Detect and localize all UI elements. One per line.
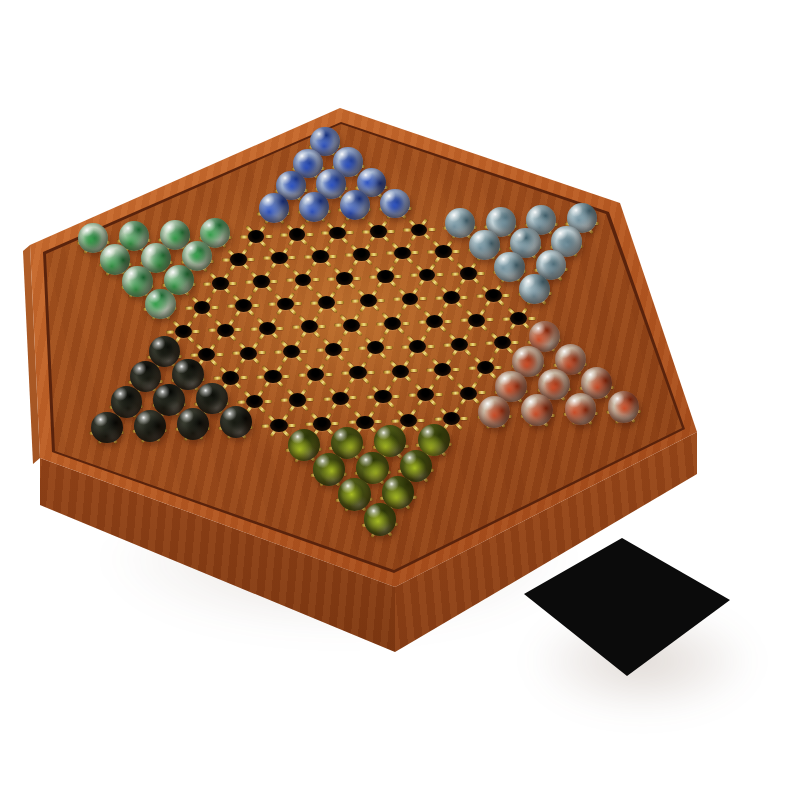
marble-silver-gray[interactable] — [445, 208, 475, 238]
brass-inlay-dash — [252, 304, 260, 307]
brass-inlay-dash — [435, 393, 443, 396]
brass-inlay-dash — [211, 305, 219, 308]
marble-green[interactable] — [145, 289, 176, 320]
brass-inlay-dash — [460, 417, 468, 420]
marble-black[interactable] — [149, 336, 180, 367]
brass-inlay-dash — [166, 331, 174, 334]
board-hole[interactable] — [332, 392, 349, 405]
brass-inlay-dash — [239, 376, 247, 379]
marble-blue[interactable] — [380, 189, 410, 219]
brass-inlay-dash — [349, 396, 357, 399]
brass-inlay-dash — [292, 326, 300, 329]
brass-inlay-dash — [312, 278, 320, 281]
brass-inlay-dash — [367, 371, 375, 374]
board-hole[interactable] — [343, 319, 360, 332]
board-hole[interactable] — [353, 248, 370, 261]
brass-inlay-dash — [247, 258, 255, 261]
brass-inlay-dash — [250, 327, 258, 330]
brass-inlay-dash — [511, 341, 519, 344]
brass-inlay-dash — [417, 418, 425, 421]
brass-inlay-dash — [402, 321, 410, 324]
board-hole[interactable] — [356, 416, 374, 429]
brass-inlay-dash — [306, 398, 314, 401]
board-hole[interactable] — [435, 245, 452, 258]
brass-inlay-dash — [274, 350, 282, 353]
marble-blue[interactable] — [340, 190, 370, 220]
brass-inlay-dash — [353, 276, 361, 279]
brass-inlay-dash — [410, 274, 418, 277]
brass-inlay-dash — [305, 233, 313, 236]
brass-inlay-dash — [377, 299, 385, 302]
brass-inlay-dash — [419, 297, 427, 300]
brass-inlay-dash — [282, 374, 290, 377]
brass-inlay-dash — [304, 423, 312, 426]
marble-blue[interactable] — [259, 193, 289, 223]
brass-inlay-dash — [222, 259, 230, 262]
brass-inlay-dash — [444, 320, 452, 323]
brass-inlay-dash — [341, 372, 349, 375]
brass-inlay-dash — [345, 254, 353, 257]
brass-inlay-dash — [469, 343, 477, 346]
brass-inlay-dash — [485, 342, 493, 345]
marble-orange-red[interactable] — [521, 394, 553, 426]
board-hole[interactable] — [271, 252, 288, 265]
board-hole[interactable] — [217, 324, 234, 337]
brass-inlay-dash — [460, 295, 468, 298]
brass-inlay-dash — [393, 298, 401, 301]
marble-silver-gray[interactable] — [494, 252, 525, 283]
brass-inlay-dash — [362, 231, 370, 234]
brass-inlay-dash — [392, 395, 400, 398]
brass-inlay-dash — [318, 325, 326, 328]
brass-inlay-dash — [280, 399, 288, 402]
brass-inlay-dash — [387, 230, 395, 233]
brass-inlay-dash — [452, 368, 460, 371]
marble-olive-green[interactable] — [313, 453, 345, 485]
board-hole[interactable] — [360, 294, 377, 307]
brass-inlay-dash — [502, 294, 510, 297]
brass-inlay-dash — [310, 301, 318, 304]
marble-silver-gray[interactable] — [519, 274, 550, 305]
brass-inlay-dash — [329, 254, 337, 257]
brass-inlay-dash — [227, 305, 235, 308]
brass-inlay-dash — [261, 425, 269, 428]
brass-inlay-dash — [276, 326, 284, 329]
brass-inlay-dash — [288, 424, 296, 427]
brass-inlay-dash — [358, 347, 366, 350]
brass-inlay-dash — [386, 252, 394, 255]
board-hole[interactable] — [283, 345, 300, 358]
brass-inlay-dash — [321, 232, 329, 235]
brass-inlay-dash — [451, 392, 459, 395]
brass-inlay-dash — [232, 352, 240, 355]
brass-inlay-dash — [237, 401, 245, 404]
brass-inlay-dash — [203, 282, 211, 285]
brass-inlay-dash — [452, 250, 460, 253]
brass-inlay-dash — [327, 277, 335, 280]
brass-inlay-dash — [208, 329, 216, 332]
brass-inlay-dash — [263, 257, 271, 260]
board-hole[interactable] — [240, 347, 257, 360]
marble-black[interactable] — [220, 406, 252, 438]
board-hole[interactable] — [485, 289, 502, 302]
brass-inlay-dash — [280, 234, 288, 237]
brass-inlay-dash — [239, 235, 247, 238]
brass-inlay-dash — [451, 273, 459, 276]
brass-inlay-dash — [409, 369, 417, 372]
board-hole[interactable] — [460, 387, 477, 400]
board-hole[interactable] — [248, 230, 265, 243]
board-hole[interactable] — [194, 301, 211, 314]
marble-black[interactable] — [111, 386, 143, 418]
brass-inlay-dash — [402, 229, 410, 232]
brass-inlay-dash — [316, 349, 324, 352]
brass-inlay-dash — [460, 319, 468, 322]
brass-inlay-dash — [286, 279, 294, 282]
brass-inlay-dash — [342, 348, 350, 351]
product-photo-scene — [0, 0, 800, 800]
brass-inlay-dash — [351, 300, 359, 303]
board-hole[interactable] — [510, 312, 527, 325]
board-hole[interactable] — [394, 247, 411, 260]
brass-inlay-dash — [436, 273, 444, 276]
brass-inlay-dash — [384, 346, 392, 349]
board-hole[interactable] — [460, 267, 477, 280]
board-hole[interactable] — [230, 253, 247, 266]
marble-black[interactable] — [153, 384, 185, 416]
brass-inlay-dash — [443, 344, 451, 347]
marble-silver-gray[interactable] — [469, 230, 499, 260]
marble-blue[interactable] — [299, 192, 329, 222]
board-hole[interactable] — [374, 390, 391, 403]
brass-inlay-dash — [411, 251, 419, 254]
brass-inlay-dash — [427, 344, 435, 347]
board-hole[interactable] — [312, 250, 329, 263]
brass-inlay-dash — [400, 345, 408, 348]
board-hole[interactable] — [370, 225, 387, 238]
board-hole[interactable] — [222, 371, 239, 384]
board-hole[interactable] — [253, 275, 270, 288]
brass-inlay-dash — [494, 366, 502, 369]
board-hole[interactable] — [270, 419, 288, 432]
board-hole[interactable] — [289, 228, 306, 241]
brass-inlay-dash — [476, 295, 484, 298]
brass-inlay-dash — [185, 306, 193, 309]
brass-inlay-dash — [434, 418, 442, 421]
brass-inlay-dash — [408, 394, 416, 397]
marble-olive-green[interactable] — [288, 429, 320, 461]
board-hole[interactable] — [277, 298, 294, 311]
board-hole[interactable] — [443, 291, 460, 304]
brass-inlay-dash — [369, 276, 377, 279]
brass-inlay-dash — [346, 231, 354, 234]
brass-inlay-dash — [348, 421, 356, 424]
brass-inlay-dash — [468, 367, 476, 370]
board-hole[interactable] — [259, 322, 276, 335]
brass-inlay-dash — [527, 316, 535, 319]
board-hole[interactable] — [400, 414, 418, 427]
brass-inlay-dash — [324, 373, 332, 376]
brass-inlay-dash — [394, 275, 402, 278]
marble-orange-red[interactable] — [608, 391, 640, 423]
board-hole[interactable] — [235, 299, 252, 312]
brass-inlay-dash — [365, 396, 373, 399]
brass-inlay-dash — [258, 351, 266, 354]
brass-inlay-dash — [477, 391, 485, 394]
board-hole[interactable] — [289, 393, 306, 406]
brass-inlay-dash — [486, 318, 494, 321]
marble-black[interactable] — [177, 408, 209, 440]
brass-inlay-dash — [477, 271, 485, 274]
brass-inlay-dash — [304, 255, 312, 258]
board-hole[interactable] — [313, 417, 331, 430]
brass-inlay-dash — [331, 422, 339, 425]
brass-inlay-dash — [334, 324, 342, 327]
brass-inlay-dash — [294, 302, 302, 305]
brass-inlay-dash — [427, 251, 435, 254]
brass-inlay-dash — [300, 349, 308, 352]
board-hole[interactable] — [377, 270, 394, 283]
marble-orange-red[interactable] — [565, 393, 597, 425]
brass-inlay-dash — [370, 253, 378, 256]
brass-inlay-dash — [435, 296, 443, 299]
board-hole[interactable] — [468, 314, 485, 327]
board-hole[interactable] — [212, 277, 229, 290]
brass-inlay-dash — [360, 323, 368, 326]
board-hole[interactable] — [392, 365, 409, 378]
board-hole[interactable] — [301, 320, 318, 333]
brass-inlay-dash — [391, 420, 399, 423]
board-hole[interactable] — [318, 296, 335, 309]
brass-inlay-dash — [374, 420, 382, 423]
brass-inlay-dash — [265, 234, 273, 237]
brass-inlay-dash — [426, 369, 434, 372]
brass-inlay-dash — [216, 353, 224, 356]
marble-olive-green[interactable] — [338, 478, 371, 511]
board-hole[interactable] — [329, 227, 346, 240]
brass-inlay-dash — [383, 370, 391, 373]
marble-black[interactable] — [91, 412, 123, 444]
brass-inlay-dash — [418, 321, 426, 324]
brass-inlay-dash — [234, 328, 242, 331]
board-hole[interactable] — [409, 340, 426, 353]
marble-black[interactable] — [134, 410, 166, 442]
brass-inlay-dash — [190, 354, 198, 357]
marble-green[interactable] — [122, 266, 153, 297]
brass-inlay-dash — [501, 317, 509, 320]
brass-inlay-dash — [270, 280, 278, 283]
brass-inlay-dash — [264, 400, 272, 403]
brass-inlay-dash — [213, 377, 221, 380]
board-hole[interactable] — [325, 343, 342, 356]
marble-olive-green[interactable] — [364, 503, 397, 536]
brass-inlay-dash — [268, 303, 276, 306]
brass-inlay-dash — [192, 330, 200, 333]
hole-grid — [0, 0, 800, 800]
brass-inlay-dash — [298, 374, 306, 377]
marble-orange-red[interactable] — [478, 396, 510, 428]
brass-inlay-dash — [336, 300, 344, 303]
brass-inlay-dash — [256, 375, 264, 378]
brass-inlay-dash — [288, 256, 296, 259]
brass-inlay-dash — [245, 281, 253, 284]
brass-inlay-dash — [428, 228, 436, 231]
board-hole[interactable] — [336, 272, 353, 285]
brass-inlay-dash — [323, 397, 331, 400]
brass-inlay-dash — [376, 322, 384, 325]
brass-inlay-dash — [229, 281, 237, 284]
board-hole[interactable] — [264, 370, 281, 383]
